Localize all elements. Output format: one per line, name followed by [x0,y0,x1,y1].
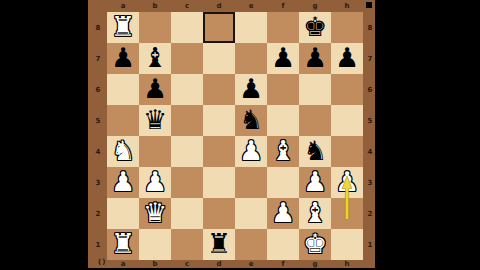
square-c5[interactable] [171,105,203,136]
white-rook-a8[interactable]: ♜ [111,13,135,40]
coord-label-f: f [267,1,299,11]
flip-board-icon[interactable]: () [98,258,106,266]
square-e4[interactable]: ♟ [235,136,267,167]
square-c6[interactable] [171,74,203,105]
coord-label-e: e [235,259,267,269]
white-bishop-g2[interactable]: ♝ [303,199,327,226]
coord-label-f: f [267,259,299,269]
square-g4[interactable]: ♞ [299,136,331,167]
coord-label-4: 4 [365,136,375,167]
square-h1[interactable] [331,229,363,260]
square-a3[interactable]: ♟ [107,167,139,198]
square-d6[interactable] [203,74,235,105]
corner-marker-icon [366,2,372,8]
square-f5[interactable] [267,105,299,136]
square-b4[interactable] [139,136,171,167]
square-h8[interactable] [331,12,363,43]
square-a8[interactable]: ♜ [107,12,139,43]
black-pawn-a7[interactable]: ♟ [111,44,135,71]
square-d7[interactable] [203,43,235,74]
square-g3[interactable]: ♟ [299,167,331,198]
screenshot-stage: abcdefgh abcdefgh 87654321 87654321 ♜♚♟♝… [0,0,480,270]
square-d3[interactable] [203,167,235,198]
coord-label-1: 1 [365,229,375,260]
square-e5[interactable]: ♞ [235,105,267,136]
square-d4[interactable] [203,136,235,167]
square-e6[interactable]: ♟ [235,74,267,105]
square-h7[interactable]: ♟ [331,43,363,74]
square-a5[interactable] [107,105,139,136]
square-f7[interactable]: ♟ [267,43,299,74]
coord-label-c: c [171,1,203,11]
black-rook-d1[interactable]: ♜ [207,230,231,257]
square-d1[interactable]: ♜ [203,229,235,260]
square-b8[interactable] [139,12,171,43]
square-c3[interactable] [171,167,203,198]
white-king-g1[interactable]: ♚ [303,230,327,257]
square-b1[interactable] [139,229,171,260]
square-a4[interactable]: ♞ [107,136,139,167]
square-c4[interactable] [171,136,203,167]
square-f2[interactable]: ♟ [267,198,299,229]
coord-label-8: 8 [365,12,375,43]
file-labels-bottom: abcdefgh [107,259,363,269]
white-pawn-b3[interactable]: ♟ [143,168,167,195]
coord-label-6: 6 [93,74,103,105]
coord-label-d: d [203,1,235,11]
coord-label-3: 3 [93,167,103,198]
coord-label-b: b [139,1,171,11]
square-b5[interactable]: ♛ [139,105,171,136]
coord-label-6: 6 [365,74,375,105]
square-d8[interactable] [203,12,235,43]
square-h4[interactable] [331,136,363,167]
white-knight-a4[interactable]: ♞ [111,137,135,164]
black-pawn-e6[interactable]: ♟ [239,75,263,102]
coord-label-d: d [203,259,235,269]
coord-label-3: 3 [365,167,375,198]
coord-label-b: b [139,259,171,269]
square-a6[interactable] [107,74,139,105]
square-e2[interactable] [235,198,267,229]
square-d5[interactable] [203,105,235,136]
white-bishop-f4[interactable]: ♝ [271,137,295,164]
square-a7[interactable]: ♟ [107,43,139,74]
square-e1[interactable] [235,229,267,260]
white-rook-a1[interactable]: ♜ [111,230,135,257]
square-a2[interactable] [107,198,139,229]
square-b6[interactable]: ♟ [139,74,171,105]
square-h2[interactable] [331,198,363,229]
coord-label-2: 2 [93,198,103,229]
coord-label-7: 7 [93,43,103,74]
square-f3[interactable] [267,167,299,198]
white-pawn-h3[interactable]: ♟ [335,168,359,195]
square-g5[interactable] [299,105,331,136]
square-b3[interactable]: ♟ [139,167,171,198]
coord-label-g: g [299,259,331,269]
white-pawn-a3[interactable]: ♟ [111,168,135,195]
square-e7[interactable] [235,43,267,74]
square-e8[interactable] [235,12,267,43]
square-e3[interactable] [235,167,267,198]
square-f6[interactable] [267,74,299,105]
square-g2[interactable]: ♝ [299,198,331,229]
black-knight-g4[interactable]: ♞ [303,137,327,164]
square-c1[interactable] [171,229,203,260]
coord-label-c: c [171,259,203,269]
black-knight-e5[interactable]: ♞ [239,106,263,133]
black-pawn-b6[interactable]: ♟ [143,75,167,102]
coord-label-1: 1 [93,229,103,260]
white-pawn-f2[interactable]: ♟ [271,199,295,226]
coord-label-7: 7 [365,43,375,74]
square-b2[interactable]: ♛ [139,198,171,229]
square-c7[interactable] [171,43,203,74]
square-c2[interactable] [171,198,203,229]
square-g8[interactable]: ♚ [299,12,331,43]
square-h3[interactable]: ♟ [331,167,363,198]
board-squares: ♜♚♟♝♟♟♟♟♟♛♞♞♟♝♞♟♟♟♟♛♟♝♜♜♚ [107,12,363,260]
coord-label-e: e [235,1,267,11]
coord-label-5: 5 [365,105,375,136]
black-pawn-g7[interactable]: ♟ [303,44,327,71]
coord-label-h: h [331,1,363,11]
square-d2[interactable] [203,198,235,229]
coord-label-5: 5 [93,105,103,136]
white-pawn-e4[interactable]: ♟ [239,137,263,164]
square-f8[interactable] [267,12,299,43]
file-labels-top: abcdefgh [107,1,363,11]
coord-label-h: h [331,259,363,269]
rank-labels-right: 87654321 [365,12,375,260]
chess-board: abcdefgh abcdefgh 87654321 87654321 ♜♚♟♝… [88,0,375,268]
black-king-g8[interactable]: ♚ [303,13,327,40]
square-f1[interactable] [267,229,299,260]
square-c8[interactable] [171,12,203,43]
square-a1[interactable]: ♜ [107,229,139,260]
black-queen-b5[interactable]: ♛ [143,106,167,133]
coord-label-a: a [107,1,139,11]
square-g7[interactable]: ♟ [299,43,331,74]
square-f4[interactable]: ♝ [267,136,299,167]
white-queen-b2[interactable]: ♛ [143,199,167,226]
black-pawn-f7[interactable]: ♟ [271,44,295,71]
white-pawn-g3[interactable]: ♟ [303,168,327,195]
coord-label-a: a [107,259,139,269]
square-h6[interactable] [331,74,363,105]
square-g1[interactable]: ♚ [299,229,331,260]
rank-labels-left: 87654321 [93,12,103,260]
square-g6[interactable] [299,74,331,105]
coord-label-4: 4 [93,136,103,167]
black-bishop-b7[interactable]: ♝ [143,44,167,71]
black-pawn-h7[interactable]: ♟ [335,44,359,71]
coord-label-2: 2 [365,198,375,229]
coord-label-8: 8 [93,12,103,43]
coord-label-g: g [299,1,331,11]
square-b7[interactable]: ♝ [139,43,171,74]
square-h5[interactable] [331,105,363,136]
